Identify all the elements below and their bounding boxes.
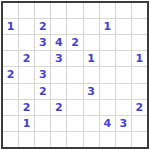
cell-r2c8[interactable]: [116, 19, 131, 34]
cell-r2c1-clue: 1: [3, 19, 18, 34]
cell-r1c8[interactable]: [116, 3, 131, 18]
cell-r3c5-clue: 2: [67, 35, 82, 50]
cell-r7c6[interactable]: [84, 100, 99, 115]
cell-r9c8[interactable]: [116, 132, 131, 147]
cell-r2c7-clue: 1: [100, 19, 115, 34]
cell-r4c9-clue: 1: [132, 51, 147, 66]
cell-r1c1[interactable]: [3, 3, 18, 18]
cell-r9c9[interactable]: [132, 132, 147, 147]
cell-r9c3[interactable]: [35, 132, 50, 147]
cell-r4c2-clue: 2: [19, 51, 34, 66]
cell-r5c4[interactable]: [51, 67, 66, 82]
cell-r8c8-clue: 3: [116, 116, 131, 131]
cell-r6c8[interactable]: [116, 84, 131, 99]
cell-r6c9[interactable]: [132, 84, 147, 99]
cell-r1c4[interactable]: [51, 3, 66, 18]
cell-r4c1[interactable]: [3, 51, 18, 66]
cell-r2c2[interactable]: [19, 19, 34, 34]
cell-r5c5[interactable]: [67, 67, 82, 82]
cell-r6c4[interactable]: [51, 84, 66, 99]
cell-r5c7[interactable]: [100, 67, 115, 82]
cell-r3c7[interactable]: [100, 35, 115, 50]
cell-r7c5[interactable]: [67, 100, 82, 115]
cell-r8c7-clue: 4: [100, 116, 115, 131]
cell-r3c3-clue: 3: [35, 35, 50, 50]
cell-r9c1[interactable]: [3, 132, 18, 147]
cell-r2c4[interactable]: [51, 19, 66, 34]
cell-r6c2[interactable]: [19, 84, 34, 99]
cell-r8c3[interactable]: [35, 116, 50, 131]
cell-r5c9[interactable]: [132, 67, 147, 82]
cell-r4c4-clue: 3: [51, 51, 66, 66]
cell-r8c2-clue: 1: [19, 116, 34, 131]
cell-r4c7[interactable]: [100, 51, 115, 66]
cell-r4c3[interactable]: [35, 51, 50, 66]
cell-r4c5[interactable]: [67, 51, 82, 66]
cell-r5c2[interactable]: [19, 67, 34, 82]
cell-r6c7[interactable]: [100, 84, 115, 99]
cell-r9c5[interactable]: [67, 132, 82, 147]
cell-r7c9-clue: 2: [132, 100, 147, 115]
cell-r4c6-clue: 1: [84, 51, 99, 66]
cell-r4c8[interactable]: [116, 51, 131, 66]
cell-r7c2-clue: 2: [19, 100, 34, 115]
cell-r9c7[interactable]: [100, 132, 115, 147]
cell-r9c2[interactable]: [19, 132, 34, 147]
cell-r8c1[interactable]: [3, 116, 18, 131]
cell-r6c3-clue: 2: [35, 84, 50, 99]
cell-r8c9[interactable]: [132, 116, 147, 131]
cell-r8c4[interactable]: [51, 116, 66, 131]
page: { "game": "minesweeper-logic-puzzle", "b…: [0, 0, 150, 150]
puzzle-board: 12134223112323222143: [1, 1, 149, 149]
cell-r5c6[interactable]: [84, 67, 99, 82]
cell-r3c6[interactable]: [84, 35, 99, 50]
cell-r1c7[interactable]: [100, 3, 115, 18]
cell-r9c4[interactable]: [51, 132, 66, 147]
cell-r3c9[interactable]: [132, 35, 147, 50]
cell-r3c2[interactable]: [19, 35, 34, 50]
cell-r6c6-clue: 3: [84, 84, 99, 99]
cell-r3c8[interactable]: [116, 35, 131, 50]
cell-r1c6[interactable]: [84, 3, 99, 18]
cell-r2c5[interactable]: [67, 19, 82, 34]
cell-r9c6[interactable]: [84, 132, 99, 147]
cell-r3c1[interactable]: [3, 35, 18, 50]
cell-r7c8[interactable]: [116, 100, 131, 115]
cell-r7c3[interactable]: [35, 100, 50, 115]
cell-r5c1-clue: 2: [3, 67, 18, 82]
cell-r7c1[interactable]: [3, 100, 18, 115]
cell-r1c9[interactable]: [132, 3, 147, 18]
cell-r7c4-clue: 2: [51, 100, 66, 115]
cell-r8c6[interactable]: [84, 116, 99, 131]
cell-r5c3-clue: 3: [35, 67, 50, 82]
cell-r6c5[interactable]: [67, 84, 82, 99]
cell-r7c7[interactable]: [100, 100, 115, 115]
cell-r8c5[interactable]: [67, 116, 82, 131]
cell-r1c3[interactable]: [35, 3, 50, 18]
cell-r2c9[interactable]: [132, 19, 147, 34]
cell-r2c3-clue: 2: [35, 19, 50, 34]
cell-r5c8[interactable]: [116, 67, 131, 82]
cell-r2c6[interactable]: [84, 19, 99, 34]
cell-r1c2[interactable]: [19, 3, 34, 18]
cell-r6c1[interactable]: [3, 84, 18, 99]
cell-r1c5[interactable]: [67, 3, 82, 18]
cell-r3c4-clue: 4: [51, 35, 66, 50]
